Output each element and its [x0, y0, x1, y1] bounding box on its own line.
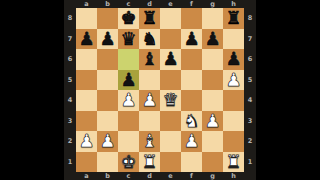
square-e8[interactable]: [160, 8, 181, 29]
square-g1[interactable]: [202, 152, 223, 173]
rank-label-right-3: 3: [244, 111, 256, 132]
piece-white-pawn[interactable]: ♟: [99, 132, 115, 150]
file-labels-top: abcdefgh: [76, 0, 244, 8]
square-d7[interactable]: ♞: [139, 29, 160, 50]
file-label-bottom-d: d: [139, 172, 160, 180]
rank-label-right-4: 4: [244, 90, 256, 111]
square-f8[interactable]: [181, 8, 202, 29]
piece-white-rook[interactable]: ♜: [225, 152, 241, 170]
file-label-top-g: g: [202, 0, 223, 8]
square-a4[interactable]: [76, 90, 97, 111]
square-d1[interactable]: ♜: [139, 152, 160, 173]
file-label-bottom-f: f: [181, 172, 202, 180]
rank-label-left-6: 6: [64, 49, 76, 70]
file-label-bottom-e: e: [160, 172, 181, 180]
file-label-top-a: a: [76, 0, 97, 8]
square-h1[interactable]: ♜: [223, 152, 244, 173]
rank-label-left-1: 1: [64, 152, 76, 173]
piece-black-pawn[interactable]: ♟: [162, 50, 178, 68]
piece-white-king[interactable]: ♚: [120, 152, 136, 170]
letterbox-right: [256, 0, 320, 180]
rank-label-left-8: 8: [64, 8, 76, 29]
square-a8[interactable]: [76, 8, 97, 29]
piece-white-pawn[interactable]: ♟: [183, 132, 199, 150]
file-label-bottom-a: a: [76, 172, 97, 180]
piece-white-pawn[interactable]: ♟: [141, 91, 157, 109]
piece-white-pawn[interactable]: ♟: [120, 91, 136, 109]
file-label-top-b: b: [97, 0, 118, 8]
square-g4[interactable]: [202, 90, 223, 111]
file-label-bottom-c: c: [118, 172, 139, 180]
file-labels-bottom: abcdefgh: [76, 172, 244, 180]
square-f3[interactable]: ♞: [181, 111, 202, 132]
square-b7[interactable]: ♟: [97, 29, 118, 50]
square-b1[interactable]: [97, 152, 118, 173]
square-a2[interactable]: ♟: [76, 131, 97, 152]
square-a3[interactable]: [76, 111, 97, 132]
piece-black-pawn[interactable]: ♟: [225, 50, 241, 68]
square-c8[interactable]: ♚: [118, 8, 139, 29]
board-frame: abcdefgh abcdefgh 87654321 87654321 ♚♜♜♟…: [64, 0, 256, 180]
square-h2[interactable]: [223, 131, 244, 152]
square-a7[interactable]: ♟: [76, 29, 97, 50]
square-g2[interactable]: [202, 131, 223, 152]
chess-app-screen: abcdefgh abcdefgh 87654321 87654321 ♚♜♜♟…: [0, 0, 320, 180]
rank-labels-right: 87654321: [244, 8, 256, 172]
square-e6[interactable]: ♟: [160, 49, 181, 70]
piece-white-pawn[interactable]: ♟: [78, 132, 94, 150]
square-c2[interactable]: [118, 131, 139, 152]
piece-black-rook[interactable]: ♜: [141, 9, 157, 27]
square-h5[interactable]: ♟: [223, 70, 244, 91]
square-f6[interactable]: [181, 49, 202, 70]
square-c1[interactable]: ♚: [118, 152, 139, 173]
square-a1[interactable]: [76, 152, 97, 173]
rank-labels-left: 87654321: [64, 8, 76, 172]
square-g8[interactable]: [202, 8, 223, 29]
square-d6[interactable]: ♝: [139, 49, 160, 70]
file-label-bottom-h: h: [223, 172, 244, 180]
square-d2[interactable]: ♝: [139, 131, 160, 152]
square-e2[interactable]: [160, 131, 181, 152]
piece-black-bishop[interactable]: ♝: [141, 50, 157, 68]
square-d5[interactable]: [139, 70, 160, 91]
square-c5[interactable]: ♟: [118, 70, 139, 91]
letterbox-left: [0, 0, 64, 180]
piece-white-bishop[interactable]: ♝: [141, 132, 157, 150]
file-label-top-f: f: [181, 0, 202, 8]
square-b4[interactable]: [97, 90, 118, 111]
piece-white-queen[interactable]: ♛: [162, 91, 178, 109]
piece-black-pawn[interactable]: ♟: [183, 29, 199, 47]
square-e1[interactable]: [160, 152, 181, 173]
rank-label-left-5: 5: [64, 70, 76, 91]
square-a6[interactable]: [76, 49, 97, 70]
square-d8[interactable]: ♜: [139, 8, 160, 29]
file-label-top-c: c: [118, 0, 139, 8]
file-label-top-e: e: [160, 0, 181, 8]
piece-white-pawn[interactable]: ♟: [204, 111, 220, 129]
square-e7[interactable]: [160, 29, 181, 50]
file-label-bottom-g: g: [202, 172, 223, 180]
rank-label-left-4: 4: [64, 90, 76, 111]
rank-label-right-6: 6: [244, 49, 256, 70]
square-c3[interactable]: [118, 111, 139, 132]
square-f7[interactable]: ♟: [181, 29, 202, 50]
piece-black-knight[interactable]: ♞: [141, 29, 157, 47]
piece-black-queen[interactable]: ♛: [120, 29, 136, 47]
file-label-bottom-b: b: [97, 172, 118, 180]
chess-board: ♚♜♜♟♟♛♞♟♟♝♟♟♟♟♟♟♛♞♟♟♟♝♟♚♜♜: [76, 8, 244, 172]
square-c4[interactable]: ♟: [118, 90, 139, 111]
square-h8[interactable]: ♜: [223, 8, 244, 29]
square-e5[interactable]: [160, 70, 181, 91]
square-e4[interactable]: ♛: [160, 90, 181, 111]
square-h6[interactable]: ♟: [223, 49, 244, 70]
rank-label-left-7: 7: [64, 29, 76, 50]
rank-label-right-5: 5: [244, 70, 256, 91]
square-h7[interactable]: [223, 29, 244, 50]
rank-label-right-7: 7: [244, 29, 256, 50]
square-g6[interactable]: [202, 49, 223, 70]
piece-black-rook[interactable]: ♜: [225, 9, 241, 27]
square-b5[interactable]: [97, 70, 118, 91]
square-d4[interactable]: ♟: [139, 90, 160, 111]
piece-white-pawn[interactable]: ♟: [225, 70, 241, 88]
square-f1[interactable]: [181, 152, 202, 173]
square-f5[interactable]: [181, 70, 202, 91]
square-c6[interactable]: [118, 49, 139, 70]
piece-black-king[interactable]: ♚: [120, 9, 136, 27]
square-h3[interactable]: [223, 111, 244, 132]
piece-black-pawn[interactable]: ♟: [120, 70, 136, 88]
file-label-top-d: d: [139, 0, 160, 8]
square-g7[interactable]: ♟: [202, 29, 223, 50]
square-c7[interactable]: ♛: [118, 29, 139, 50]
rank-label-right-8: 8: [244, 8, 256, 29]
square-e3[interactable]: [160, 111, 181, 132]
square-g3[interactable]: ♟: [202, 111, 223, 132]
square-f2[interactable]: ♟: [181, 131, 202, 152]
square-a5[interactable]: [76, 70, 97, 91]
square-f4[interactable]: [181, 90, 202, 111]
rank-label-right-2: 2: [244, 131, 256, 152]
square-b2[interactable]: ♟: [97, 131, 118, 152]
rank-label-right-1: 1: [244, 152, 256, 173]
square-h4[interactable]: [223, 90, 244, 111]
square-g5[interactable]: [202, 70, 223, 91]
piece-white-knight[interactable]: ♞: [183, 111, 199, 129]
rank-label-left-3: 3: [64, 111, 76, 132]
square-b8[interactable]: [97, 8, 118, 29]
square-b6[interactable]: [97, 49, 118, 70]
piece-black-pawn[interactable]: ♟: [78, 29, 94, 47]
piece-white-rook[interactable]: ♜: [141, 152, 157, 170]
piece-black-pawn[interactable]: ♟: [99, 29, 115, 47]
square-b3[interactable]: [97, 111, 118, 132]
square-d3[interactable]: [139, 111, 160, 132]
file-label-top-h: h: [223, 0, 244, 8]
piece-black-pawn[interactable]: ♟: [204, 29, 220, 47]
rank-label-left-2: 2: [64, 131, 76, 152]
